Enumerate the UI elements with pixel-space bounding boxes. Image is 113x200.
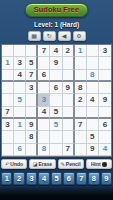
cell-r9c4[interactable]: 8 bbox=[38, 144, 50, 156]
cell-r7c5[interactable]: 5 bbox=[50, 119, 62, 131]
restart-button[interactable]: ↻ bbox=[43, 31, 56, 41]
cell-r5c4[interactable]: 3 bbox=[38, 94, 50, 106]
cell-r5c3[interactable] bbox=[26, 94, 38, 106]
cell-r7c2[interactable]: 1 bbox=[14, 119, 26, 131]
pencil-icon: ✎ bbox=[61, 162, 65, 167]
cell-r6c8[interactable] bbox=[87, 107, 99, 119]
action-bar: ↶Undo◪Erase✎PencilHint bbox=[1, 159, 112, 169]
cell-r6c1[interactable]: 7 bbox=[2, 107, 14, 119]
cell-r8c9[interactable] bbox=[99, 131, 111, 143]
cell-r9c8[interactable]: 9 bbox=[87, 144, 99, 156]
cell-r5c9[interactable]: 9 bbox=[99, 94, 111, 106]
cell-r8c2[interactable] bbox=[14, 131, 26, 143]
cell-r3c9[interactable] bbox=[99, 70, 111, 82]
cell-r7c8[interactable] bbox=[87, 119, 99, 131]
cell-r7c6[interactable] bbox=[63, 119, 75, 131]
settings-button[interactable]: ⚙ bbox=[73, 31, 86, 41]
bottom-ad-strip bbox=[0, 186, 113, 200]
grid-icon: ▦ bbox=[31, 33, 37, 39]
cell-r4c1[interactable] bbox=[2, 82, 14, 94]
numpad-5[interactable]: 5 bbox=[51, 172, 62, 185]
cell-r8c1[interactable] bbox=[2, 131, 14, 143]
cell-r8c8[interactable]: 5 bbox=[87, 131, 99, 143]
level-label: Level: 1 (Hard) bbox=[0, 21, 113, 28]
cell-r1c4[interactable]: 7 bbox=[38, 45, 50, 57]
board-menu-button[interactable]: ▦ bbox=[28, 31, 41, 41]
numpad-1[interactable]: 1 bbox=[1, 172, 12, 185]
cell-r7c4[interactable] bbox=[38, 119, 50, 131]
cell-r4c4[interactable] bbox=[38, 82, 50, 94]
cell-r3c3[interactable]: 7 bbox=[26, 70, 38, 82]
cell-r9c2[interactable]: 6 bbox=[14, 144, 26, 156]
cell-r4c2[interactable] bbox=[14, 82, 26, 94]
cell-r2c7[interactable] bbox=[75, 57, 87, 69]
cell-r8c7[interactable] bbox=[75, 131, 87, 143]
cell-r3c1[interactable] bbox=[2, 70, 14, 82]
cell-r5c2[interactable]: 5 bbox=[14, 94, 26, 106]
cell-r5c8[interactable]: 4 bbox=[87, 94, 99, 106]
erase-button[interactable]: ◪Erase bbox=[29, 159, 55, 169]
cell-r1c9[interactable]: 3 bbox=[99, 45, 111, 57]
hint-button[interactable]: Hint bbox=[86, 159, 112, 169]
cell-r8c5[interactable] bbox=[50, 131, 62, 143]
cell-r2c3[interactable]: 5 bbox=[26, 57, 38, 69]
cell-r9c5[interactable] bbox=[50, 144, 62, 156]
cell-r3c4[interactable]: 6 bbox=[38, 70, 50, 82]
cell-r7c1[interactable]: 3 bbox=[2, 119, 14, 131]
cell-r3c6[interactable] bbox=[63, 70, 75, 82]
cell-r8c6[interactable] bbox=[63, 131, 75, 143]
sudoku-app: Sudoku Free Level: 1 (Hard) ▦↻◀⚙ 7421313… bbox=[0, 0, 113, 200]
cell-r9c9[interactable]: 4 bbox=[99, 144, 111, 156]
cell-r4c6[interactable]: 9 bbox=[63, 82, 75, 94]
cell-r4c8[interactable] bbox=[87, 82, 99, 94]
cell-r1c8[interactable] bbox=[87, 45, 99, 57]
cell-r5c1[interactable] bbox=[2, 94, 14, 106]
sudoku-board: 74213135947683698532497453195768568794 bbox=[1, 44, 112, 157]
eraser-icon: ◪ bbox=[33, 162, 38, 167]
cell-r6c6[interactable] bbox=[63, 107, 75, 119]
speaker-icon: ◀ bbox=[62, 33, 67, 39]
pencil-label: Pencil bbox=[66, 162, 81, 167]
cell-r2c1[interactable]: 1 bbox=[2, 57, 14, 69]
cell-r2c9[interactable] bbox=[99, 57, 111, 69]
cell-r9c3[interactable] bbox=[26, 144, 38, 156]
undo-icon: ↶ bbox=[5, 162, 9, 167]
numpad-9[interactable]: 9 bbox=[101, 172, 112, 185]
restart-icon: ↻ bbox=[46, 33, 51, 39]
cell-r2c8[interactable] bbox=[87, 57, 99, 69]
erase-label: Erase bbox=[38, 162, 52, 167]
numpad-8[interactable]: 8 bbox=[88, 172, 99, 185]
cell-r6c4[interactable]: 4 bbox=[38, 107, 50, 119]
cell-r4c7[interactable]: 8 bbox=[75, 82, 87, 94]
cell-r7c9[interactable]: 6 bbox=[99, 119, 111, 131]
cell-r5c7[interactable]: 2 bbox=[75, 94, 87, 106]
cell-r1c5[interactable]: 4 bbox=[50, 45, 62, 57]
cell-r9c6[interactable]: 7 bbox=[63, 144, 75, 156]
cell-r6c7[interactable] bbox=[75, 107, 87, 119]
numpad-3[interactable]: 3 bbox=[26, 172, 37, 185]
cell-r3c5[interactable] bbox=[50, 70, 62, 82]
cell-r6c3[interactable] bbox=[26, 107, 38, 119]
hint-label: Hint bbox=[91, 162, 101, 167]
cell-r4c3[interactable]: 3 bbox=[26, 82, 38, 94]
cell-r3c7[interactable] bbox=[75, 70, 87, 82]
cell-r9c7[interactable] bbox=[75, 144, 87, 156]
cell-r7c7[interactable]: 7 bbox=[75, 119, 87, 131]
cell-r2c5[interactable]: 9 bbox=[50, 57, 62, 69]
undo-label: Undo bbox=[10, 162, 23, 167]
numpad-2[interactable]: 2 bbox=[13, 172, 24, 185]
cell-r1c6[interactable]: 2 bbox=[63, 45, 75, 57]
numpad-7[interactable]: 7 bbox=[76, 172, 87, 185]
cell-r6c5[interactable]: 5 bbox=[50, 107, 62, 119]
cell-r2c2[interactable]: 3 bbox=[14, 57, 26, 69]
cell-r8c4[interactable] bbox=[38, 131, 50, 143]
cell-r3c8[interactable]: 8 bbox=[87, 70, 99, 82]
cell-r1c3[interactable] bbox=[26, 45, 38, 57]
cell-r9c1[interactable] bbox=[2, 144, 14, 156]
cell-r3c2[interactable]: 4 bbox=[14, 70, 26, 82]
cell-r4c9[interactable] bbox=[99, 82, 111, 94]
cell-r6c9[interactable] bbox=[99, 107, 111, 119]
cell-r8c3[interactable]: 8 bbox=[26, 131, 38, 143]
cell-r1c7[interactable]: 1 bbox=[75, 45, 87, 57]
cell-r1c1[interactable] bbox=[2, 45, 14, 57]
numpad-4[interactable]: 4 bbox=[38, 172, 49, 185]
cell-r6c2[interactable] bbox=[14, 107, 26, 119]
numpad: 123456789 bbox=[1, 172, 112, 185]
pencil-button[interactable]: ✎Pencil bbox=[58, 159, 84, 169]
numpad-6[interactable]: 6 bbox=[63, 172, 74, 185]
hint-count-badge bbox=[102, 162, 107, 167]
cell-r7c3[interactable]: 9 bbox=[26, 119, 38, 131]
cell-r2c4[interactable] bbox=[38, 57, 50, 69]
cell-r1c2[interactable] bbox=[14, 45, 26, 57]
cell-r4c5[interactable]: 6 bbox=[50, 82, 62, 94]
toolbar: ▦↻◀⚙ bbox=[0, 31, 113, 41]
undo-button[interactable]: ↶Undo bbox=[1, 159, 27, 169]
cell-r5c6[interactable] bbox=[63, 94, 75, 106]
app-title-badge: Sudoku Free bbox=[25, 3, 88, 17]
sound-button[interactable]: ◀ bbox=[58, 31, 71, 41]
cell-r2c6[interactable] bbox=[63, 57, 75, 69]
cell-r5c5[interactable] bbox=[50, 94, 62, 106]
gear-icon: ⚙ bbox=[76, 33, 81, 39]
